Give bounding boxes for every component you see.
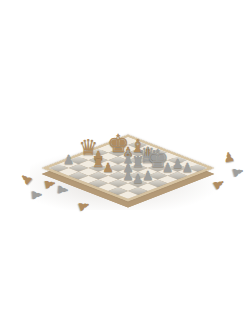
fallen-piece-silver-pawn: ♟ <box>230 165 246 180</box>
chess-set-photo: ♚♛♝♜♟♟♟♟♚♛♜♝♟♟♟♟♟♟♟♟♟♟♟♟♟♟♟♟ <box>0 0 247 309</box>
